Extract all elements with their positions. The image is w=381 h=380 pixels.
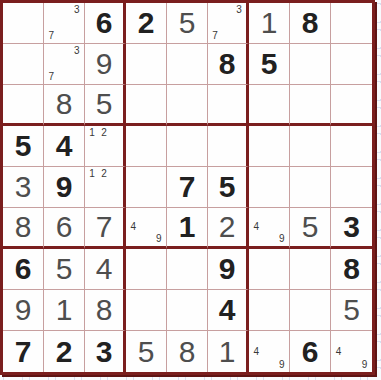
cell-r5c8[interactable] bbox=[290, 167, 331, 208]
cell-r8c7[interactable] bbox=[249, 290, 290, 331]
entered-digit: 5 bbox=[179, 8, 196, 38]
candidate-slot-empty bbox=[58, 58, 71, 71]
candidate-slot-empty bbox=[110, 140, 122, 153]
cell-r4c8[interactable] bbox=[290, 126, 331, 167]
candidate-grid: 37 bbox=[45, 4, 83, 42]
entered-digit: 1 bbox=[219, 337, 236, 367]
cell-r7c8[interactable] bbox=[290, 249, 331, 290]
cell-r8c2[interactable]: 1 bbox=[44, 290, 85, 331]
candidate-digit-9: 9 bbox=[152, 233, 165, 245]
candidate-digit-1: 1 bbox=[86, 168, 98, 181]
cell-r7c2[interactable]: 5 bbox=[44, 249, 85, 290]
candidate-slot-empty bbox=[127, 209, 140, 221]
entered-digit: 5 bbox=[56, 254, 73, 284]
candidate-slot-empty bbox=[70, 17, 83, 30]
candidate-slot-empty bbox=[110, 152, 122, 165]
candidate-slot-empty bbox=[86, 181, 98, 194]
candidate-slot-empty bbox=[263, 233, 276, 245]
candidate-slot-empty bbox=[58, 29, 71, 42]
candidate-digit-2: 2 bbox=[98, 168, 110, 181]
entered-digit: 4 bbox=[96, 254, 113, 284]
given-digit: 7 bbox=[179, 172, 196, 202]
cell-r5c7[interactable] bbox=[249, 167, 290, 208]
cell-r8c8[interactable] bbox=[290, 290, 331, 331]
candidate-slot-empty bbox=[110, 127, 122, 140]
candidate-slot-empty bbox=[209, 17, 221, 30]
candidate-slot-empty bbox=[250, 233, 263, 245]
cell-r4c6[interactable] bbox=[208, 126, 249, 167]
cell-r9c4[interactable]: 5 bbox=[126, 331, 167, 372]
candidate-slot-empty bbox=[45, 4, 58, 17]
candidate-slot-empty bbox=[275, 209, 288, 221]
cell-r6c2[interactable]: 6 bbox=[44, 208, 85, 249]
cell-r8c6[interactable]: 4 bbox=[208, 290, 249, 331]
given-digit: 8 bbox=[302, 8, 319, 38]
entered-digit: 5 bbox=[138, 337, 155, 367]
candidate-digit-4: 4 bbox=[250, 221, 263, 233]
cell-r6c3[interactable]: 7 bbox=[85, 208, 126, 249]
candidate-slot-empty bbox=[275, 345, 288, 358]
cell-r3c6[interactable] bbox=[208, 85, 249, 126]
candidate-slot-empty bbox=[70, 58, 83, 71]
candidate-slot-empty bbox=[98, 152, 110, 165]
candidate-slot-empty bbox=[70, 70, 83, 83]
candidate-slot-empty bbox=[263, 358, 276, 371]
cell-r4c3[interactable]: 12 bbox=[85, 126, 126, 167]
cell-r8c5[interactable] bbox=[167, 290, 208, 331]
candidate-slot-empty bbox=[45, 58, 58, 71]
cell-r9c6[interactable]: 1 bbox=[208, 331, 249, 372]
candidate-slot-empty bbox=[98, 140, 110, 153]
candidate-digit-9: 9 bbox=[358, 358, 371, 371]
given-digit: 7 bbox=[15, 337, 32, 367]
candidate-digit-1: 1 bbox=[86, 127, 98, 140]
candidate-slot-empty bbox=[221, 17, 233, 30]
given-digit: 8 bbox=[343, 254, 360, 284]
candidate-slot-empty bbox=[58, 17, 71, 30]
cell-r1c5[interactable]: 5 bbox=[167, 3, 208, 44]
candidate-grid: 12 bbox=[86, 168, 122, 206]
cell-r2c3[interactable]: 9 bbox=[85, 44, 126, 85]
entered-digit: 8 bbox=[96, 295, 113, 325]
cell-r4c2[interactable]: 4 bbox=[44, 126, 85, 167]
candidate-slot-empty bbox=[250, 209, 263, 221]
given-digit: 6 bbox=[302, 337, 319, 367]
given-digit: 6 bbox=[96, 8, 113, 38]
candidate-slot-empty bbox=[233, 17, 245, 30]
cell-r1c9[interactable] bbox=[331, 3, 372, 44]
cell-r4c4[interactable] bbox=[126, 126, 167, 167]
candidate-slot-empty bbox=[140, 221, 153, 233]
entered-digit: 5 bbox=[343, 295, 360, 325]
candidate-slot-empty bbox=[209, 4, 221, 17]
cell-r2c1[interactable] bbox=[3, 44, 44, 85]
cell-r4c9[interactable] bbox=[331, 126, 372, 167]
candidate-digit-7: 7 bbox=[45, 70, 58, 83]
candidate-slot-empty bbox=[140, 209, 153, 221]
cell-r3c9[interactable] bbox=[331, 85, 372, 126]
cell-r7c3[interactable]: 4 bbox=[85, 249, 126, 290]
candidate-slot-empty bbox=[98, 193, 110, 206]
candidate-slot-empty bbox=[345, 345, 358, 358]
entered-digit: 8 bbox=[56, 89, 73, 119]
candidate-slot-empty bbox=[45, 45, 58, 58]
cell-r9c7[interactable]: 49 bbox=[249, 331, 290, 372]
cell-r5c3[interactable]: 12 bbox=[85, 167, 126, 208]
candidate-slot-empty bbox=[345, 358, 358, 371]
candidate-slot-empty bbox=[140, 233, 153, 245]
cell-r3c1[interactable] bbox=[3, 85, 44, 126]
candidate-slot-empty bbox=[233, 29, 245, 42]
cell-r6c9[interactable]: 3 bbox=[331, 208, 372, 249]
candidate-digit-3: 3 bbox=[70, 45, 83, 58]
candidate-grid: 49 bbox=[127, 209, 165, 245]
cell-r7c9[interactable]: 8 bbox=[331, 249, 372, 290]
candidate-slot-empty bbox=[263, 221, 276, 233]
cell-r1c3[interactable]: 6 bbox=[85, 3, 126, 44]
cell-r9c3[interactable]: 3 bbox=[85, 331, 126, 372]
given-digit: 5 bbox=[261, 49, 278, 79]
cell-r2c6[interactable]: 8 bbox=[208, 44, 249, 85]
candidate-slot-empty bbox=[45, 17, 58, 30]
candidate-digit-4: 4 bbox=[250, 345, 263, 358]
candidate-grid: 49 bbox=[332, 332, 371, 371]
given-digit: 4 bbox=[219, 295, 236, 325]
candidate-slot-empty bbox=[250, 358, 263, 371]
cell-r7c1[interactable]: 6 bbox=[3, 249, 44, 290]
entered-digit: 5 bbox=[96, 89, 113, 119]
entered-digit: 5 bbox=[302, 212, 319, 242]
given-digit: 4 bbox=[56, 131, 73, 161]
candidate-slot-empty bbox=[358, 332, 371, 345]
candidate-grid: 37 bbox=[209, 4, 245, 42]
cell-r2c7[interactable]: 5 bbox=[249, 44, 290, 85]
cell-r1c2[interactable]: 37 bbox=[44, 3, 85, 44]
candidate-grid: 12 bbox=[86, 127, 122, 165]
candidate-slot-empty bbox=[263, 345, 276, 358]
candidate-slot-empty bbox=[58, 45, 71, 58]
given-digit: 8 bbox=[219, 49, 236, 79]
candidate-grid: 49 bbox=[250, 332, 288, 371]
sudoku-grid: 3762537183798585541239127586749124953654… bbox=[0, 0, 375, 375]
entered-digit: 8 bbox=[15, 212, 32, 242]
given-digit: 2 bbox=[138, 8, 155, 38]
given-digit: 1 bbox=[179, 212, 196, 242]
cell-r9c1[interactable]: 7 bbox=[3, 331, 44, 372]
candidate-slot-empty bbox=[221, 4, 233, 17]
entered-digit: 1 bbox=[261, 8, 278, 38]
cell-r7c7[interactable] bbox=[249, 249, 290, 290]
cell-r5c6[interactable]: 5 bbox=[208, 167, 249, 208]
cell-r6c7[interactable]: 49 bbox=[249, 208, 290, 249]
candidate-slot-empty bbox=[110, 181, 122, 194]
entered-digit: 9 bbox=[96, 49, 113, 79]
cell-r3c8[interactable] bbox=[290, 85, 331, 126]
candidate-slot-empty bbox=[127, 233, 140, 245]
cell-r4c1[interactable]: 5 bbox=[3, 126, 44, 167]
cell-r5c4[interactable] bbox=[126, 167, 167, 208]
candidate-digit-3: 3 bbox=[70, 4, 83, 17]
cell-r5c9[interactable] bbox=[331, 167, 372, 208]
candidate-slot-empty bbox=[152, 209, 165, 221]
candidate-slot-empty bbox=[86, 140, 98, 153]
entered-digit: 2 bbox=[219, 212, 236, 242]
entered-digit: 6 bbox=[56, 212, 73, 242]
cell-r3c2[interactable]: 8 bbox=[44, 85, 85, 126]
cell-r8c4[interactable] bbox=[126, 290, 167, 331]
candidate-slot-empty bbox=[263, 332, 276, 345]
cell-r6c1[interactable]: 8 bbox=[3, 208, 44, 249]
given-digit: 9 bbox=[56, 172, 73, 202]
cell-r9c2[interactable]: 2 bbox=[44, 331, 85, 372]
cell-r8c1[interactable]: 9 bbox=[3, 290, 44, 331]
candidate-slot-empty bbox=[86, 193, 98, 206]
cell-r3c4[interactable] bbox=[126, 85, 167, 126]
candidate-slot-empty bbox=[70, 29, 83, 42]
entered-digit: 7 bbox=[96, 212, 113, 242]
cell-r1c8[interactable]: 8 bbox=[290, 3, 331, 44]
entered-digit: 1 bbox=[56, 295, 73, 325]
cell-r1c7[interactable]: 1 bbox=[249, 3, 290, 44]
candidate-digit-7: 7 bbox=[209, 29, 221, 42]
given-digit: 3 bbox=[96, 337, 113, 367]
candidate-grid: 49 bbox=[250, 209, 288, 245]
cell-r2c2[interactable]: 37 bbox=[44, 44, 85, 85]
cell-r8c3[interactable]: 8 bbox=[85, 290, 126, 331]
cell-r6c5[interactable]: 1 bbox=[167, 208, 208, 249]
cell-r1c4[interactable]: 2 bbox=[126, 3, 167, 44]
cell-r2c8[interactable] bbox=[290, 44, 331, 85]
cell-r9c5[interactable]: 8 bbox=[167, 331, 208, 372]
candidate-digit-2: 2 bbox=[98, 127, 110, 140]
cell-r6c8[interactable]: 5 bbox=[290, 208, 331, 249]
given-digit: 9 bbox=[219, 254, 236, 284]
sudoku-board: 3762537183798585541239127586749124953654… bbox=[0, 0, 375, 375]
given-digit: 5 bbox=[15, 131, 32, 161]
cell-r2c5[interactable] bbox=[167, 44, 208, 85]
cell-r3c5[interactable] bbox=[167, 85, 208, 126]
candidate-slot-empty bbox=[250, 332, 263, 345]
cell-r8c9[interactable]: 5 bbox=[331, 290, 372, 331]
candidate-digit-4: 4 bbox=[127, 221, 140, 233]
cell-r2c9[interactable] bbox=[331, 44, 372, 85]
candidate-slot-empty bbox=[345, 332, 358, 345]
cell-r4c5[interactable] bbox=[167, 126, 208, 167]
candidate-slot-empty bbox=[58, 70, 71, 83]
candidate-slot-empty bbox=[98, 181, 110, 194]
candidate-grid: 37 bbox=[45, 45, 83, 83]
cell-r2c4[interactable] bbox=[126, 44, 167, 85]
candidate-slot-empty bbox=[275, 221, 288, 233]
cell-r3c7[interactable] bbox=[249, 85, 290, 126]
entered-digit: 8 bbox=[179, 337, 196, 367]
cell-r6c4[interactable]: 49 bbox=[126, 208, 167, 249]
candidate-slot-empty bbox=[275, 332, 288, 345]
candidate-slot-empty bbox=[332, 332, 345, 345]
candidate-slot-empty bbox=[358, 345, 371, 358]
entered-digit: 3 bbox=[15, 172, 32, 202]
candidate-slot-empty bbox=[110, 168, 122, 181]
cell-r7c6[interactable]: 9 bbox=[208, 249, 249, 290]
candidate-digit-4: 4 bbox=[332, 345, 345, 358]
cell-r6c6[interactable]: 2 bbox=[208, 208, 249, 249]
cell-r1c1[interactable] bbox=[3, 3, 44, 44]
cell-r9c9[interactable]: 49 bbox=[331, 331, 372, 372]
candidate-digit-9: 9 bbox=[275, 233, 288, 245]
cell-r9c8[interactable]: 6 bbox=[290, 331, 331, 372]
cell-r5c5[interactable]: 7 bbox=[167, 167, 208, 208]
candidate-digit-7: 7 bbox=[45, 29, 58, 42]
given-digit: 2 bbox=[56, 337, 73, 367]
cell-r7c4[interactable] bbox=[126, 249, 167, 290]
given-digit: 5 bbox=[219, 172, 236, 202]
cell-r5c1[interactable]: 3 bbox=[3, 167, 44, 208]
candidate-slot-empty bbox=[110, 193, 122, 206]
cell-r5c2[interactable]: 9 bbox=[44, 167, 85, 208]
candidate-slot-empty bbox=[263, 209, 276, 221]
candidate-slot-empty bbox=[152, 221, 165, 233]
candidate-slot-empty bbox=[332, 358, 345, 371]
candidate-digit-9: 9 bbox=[275, 358, 288, 371]
given-digit: 6 bbox=[15, 254, 32, 284]
cell-r4c7[interactable] bbox=[249, 126, 290, 167]
cell-r1c6[interactable]: 37 bbox=[208, 3, 249, 44]
cell-r3c3[interactable]: 5 bbox=[85, 85, 126, 126]
candidate-slot-empty bbox=[86, 152, 98, 165]
candidate-digit-3: 3 bbox=[233, 4, 245, 17]
candidate-slot-empty bbox=[58, 4, 71, 17]
candidate-slot-empty bbox=[221, 29, 233, 42]
entered-digit: 9 bbox=[15, 295, 32, 325]
cell-r7c5[interactable] bbox=[167, 249, 208, 290]
given-digit: 3 bbox=[343, 212, 360, 242]
